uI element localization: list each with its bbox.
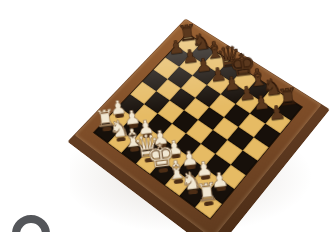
partial-circle-icon[interactable] (12, 215, 50, 232)
photo-canvas: ♜♞♝♛♚♝♞♜♟♟♟♟♟♟♟♟♟♟♟♟♟♟♟♟♜♞♝♛♚♝♞♜ (0, 0, 336, 232)
white-rook-glyph: ♜ (188, 178, 225, 206)
